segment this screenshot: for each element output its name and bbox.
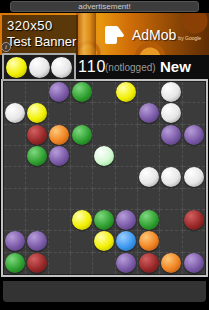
- ball-green[interactable]: [72, 125, 92, 145]
- banner-size-text: 320x50: [7, 18, 78, 34]
- cell-r4c3[interactable]: [71, 167, 93, 188]
- ball-green[interactable]: [139, 210, 159, 230]
- cell-r0c7[interactable]: [160, 82, 182, 103]
- cell-r4c5[interactable]: [116, 167, 138, 188]
- cell-r8c6[interactable]: [138, 253, 160, 274]
- cell-r7c1[interactable]: [26, 231, 48, 252]
- admob-wordmark: AdMob: [132, 27, 176, 43]
- ball-yellow[interactable]: [116, 82, 136, 102]
- ball-green[interactable]: [72, 82, 92, 102]
- cell-r3c2[interactable]: [49, 146, 71, 167]
- cell-r5c7[interactable]: [160, 189, 182, 210]
- cell-r2c0[interactable]: [4, 125, 26, 146]
- ball-orange[interactable]: [139, 231, 159, 251]
- cell-r5c6[interactable]: [138, 189, 160, 210]
- cell-r6c2[interactable]: [49, 210, 71, 231]
- bottom-background-strip: [3, 281, 206, 302]
- ball-purple[interactable]: [116, 210, 136, 230]
- ball-purple[interactable]: [116, 253, 136, 273]
- ball-white[interactable]: [161, 103, 181, 123]
- cell-r4c0[interactable]: [4, 167, 26, 188]
- cell-r1c4[interactable]: [93, 103, 115, 124]
- cell-r0c0[interactable]: [4, 82, 26, 103]
- admob-banner[interactable]: 320x50 Test Banner AdMob by Google i: [0, 13, 209, 55]
- ad-label-bar: advertisement!: [0, 0, 209, 13]
- cell-r4c2[interactable]: [49, 167, 71, 188]
- cell-r5c8[interactable]: [183, 189, 205, 210]
- cell-r3c6[interactable]: [138, 146, 160, 167]
- cell-r2c8[interactable]: [183, 125, 205, 146]
- ball-red[interactable]: [139, 253, 159, 273]
- cell-r2c4[interactable]: [93, 125, 115, 146]
- ball-yellow[interactable]: [27, 103, 47, 123]
- app-screen: advertisement! 320x50 Test Banner AdMob …: [0, 0, 209, 310]
- cell-r6c1[interactable]: [26, 210, 48, 231]
- cell-r2c7[interactable]: [160, 125, 182, 146]
- new-game-button[interactable]: New: [160, 58, 191, 75]
- cell-r0c3[interactable]: [71, 82, 93, 103]
- cell-r1c0[interactable]: [4, 103, 26, 124]
- cell-r0c6[interactable]: [138, 82, 160, 103]
- cell-r5c0[interactable]: [4, 189, 26, 210]
- cell-r3c7[interactable]: [160, 146, 182, 167]
- admob-by-google: by Google: [178, 35, 201, 41]
- ball-orange[interactable]: [161, 253, 181, 273]
- cell-r8c0[interactable]: [4, 253, 26, 274]
- cell-r1c7[interactable]: [160, 103, 182, 124]
- ball-purple[interactable]: [139, 103, 159, 123]
- cell-r3c1[interactable]: [26, 146, 48, 167]
- ball-purple[interactable]: [184, 253, 204, 273]
- board-grid: [4, 82, 205, 274]
- cell-r6c6[interactable]: [138, 210, 160, 231]
- cell-r7c5[interactable]: [116, 231, 138, 252]
- cell-r1c1[interactable]: [26, 103, 48, 124]
- cell-r2c2[interactable]: [49, 125, 71, 146]
- ball-orange[interactable]: [49, 125, 69, 145]
- ball-green[interactable]: [94, 210, 114, 230]
- cell-r8c8[interactable]: [183, 253, 205, 274]
- banner-name-text: Test Banner: [7, 34, 78, 50]
- ball-purple[interactable]: [184, 125, 204, 145]
- ball-white[interactable]: [161, 167, 181, 187]
- cell-r5c3[interactable]: [71, 189, 93, 210]
- ball-green[interactable]: [5, 253, 25, 273]
- ball-purple[interactable]: [49, 82, 69, 102]
- cell-r7c7[interactable]: [160, 231, 182, 252]
- cell-r7c3[interactable]: [71, 231, 93, 252]
- ball-white[interactable]: [184, 167, 204, 187]
- cell-r1c6[interactable]: [138, 103, 160, 124]
- ball-blue[interactable]: [116, 231, 136, 251]
- score-value: 110: [78, 58, 107, 76]
- admob-logo: AdMob by Google: [103, 23, 201, 47]
- cell-r1c5[interactable]: [116, 103, 138, 124]
- cell-r3c4[interactable]: [93, 146, 115, 167]
- hud-bar: 110 (notlogged) New: [0, 55, 209, 79]
- ball-purple[interactable]: [5, 231, 25, 251]
- game-board: [1, 79, 208, 277]
- cell-r4c6[interactable]: [138, 167, 160, 188]
- cell-r5c4[interactable]: [93, 189, 115, 210]
- ball-purple[interactable]: [27, 231, 47, 251]
- cell-r7c4[interactable]: [93, 231, 115, 252]
- cell-r8c1[interactable]: [26, 253, 48, 274]
- cell-r7c2[interactable]: [49, 231, 71, 252]
- cell-r0c1[interactable]: [26, 82, 48, 103]
- cell-r2c1[interactable]: [26, 125, 48, 146]
- ad-info-icon[interactable]: i: [1, 42, 11, 52]
- cell-r7c8[interactable]: [183, 231, 205, 252]
- cell-r0c8[interactable]: [183, 82, 205, 103]
- cell-r6c0[interactable]: [4, 210, 26, 231]
- cell-r5c5[interactable]: [116, 189, 138, 210]
- ball-white[interactable]: [139, 167, 159, 187]
- cell-r4c4[interactable]: [93, 167, 115, 188]
- ball-green[interactable]: [27, 146, 47, 166]
- cell-r8c4[interactable]: [93, 253, 115, 274]
- cell-r6c8[interactable]: [183, 210, 205, 231]
- cell-r0c5[interactable]: [116, 82, 138, 103]
- cell-r8c3[interactable]: [71, 253, 93, 274]
- login-status: (notlogged): [105, 62, 156, 73]
- cell-r1c8[interactable]: [183, 103, 205, 124]
- ball-red[interactable]: [27, 125, 47, 145]
- ball-red[interactable]: [184, 210, 204, 230]
- ball-lightgreen[interactable]: [94, 146, 114, 166]
- ball-white[interactable]: [5, 103, 25, 123]
- cell-r2c5[interactable]: [116, 125, 138, 146]
- cell-r8c7[interactable]: [160, 253, 182, 274]
- cell-r6c3[interactable]: [71, 210, 93, 231]
- ball-yellow[interactable]: [72, 210, 92, 230]
- ball-purple[interactable]: [161, 125, 181, 145]
- cell-r7c6[interactable]: [138, 231, 160, 252]
- cell-r0c4[interactable]: [93, 82, 115, 103]
- next-ball-yellow: [6, 57, 27, 78]
- next-ball-white: [29, 57, 50, 78]
- cell-r4c1[interactable]: [26, 167, 48, 188]
- ball-purple[interactable]: [49, 146, 69, 166]
- cell-r6c5[interactable]: [116, 210, 138, 231]
- cell-r7c0[interactable]: [4, 231, 26, 252]
- cell-r4c7[interactable]: [160, 167, 182, 188]
- cell-r3c3[interactable]: [71, 146, 93, 167]
- ball-white[interactable]: [161, 82, 181, 102]
- cell-r0c2[interactable]: [49, 82, 71, 103]
- cell-r8c5[interactable]: [116, 253, 138, 274]
- cell-r5c2[interactable]: [49, 189, 71, 210]
- cell-r6c7[interactable]: [160, 210, 182, 231]
- cell-r5c1[interactable]: [26, 189, 48, 210]
- next-ball-white: [51, 57, 72, 78]
- cell-r2c6[interactable]: [138, 125, 160, 146]
- cell-r6c4[interactable]: [93, 210, 115, 231]
- admob-logo-icon: [103, 23, 127, 47]
- banner-text-box: 320x50 Test Banner: [2, 15, 78, 55]
- cell-r3c8[interactable]: [183, 146, 205, 167]
- ball-red[interactable]: [27, 253, 47, 273]
- ball-yellow[interactable]: [94, 231, 114, 251]
- cell-r1c2[interactable]: [49, 103, 71, 124]
- banner-artwork: [76, 13, 96, 55]
- cell-r4c8[interactable]: [183, 167, 205, 188]
- cell-r3c0[interactable]: [4, 146, 26, 167]
- cell-r1c3[interactable]: [71, 103, 93, 124]
- next-balls-tray: [2, 53, 76, 81]
- cell-r3c5[interactable]: [116, 146, 138, 167]
- cell-r2c3[interactable]: [71, 125, 93, 146]
- cell-r8c2[interactable]: [49, 253, 71, 274]
- ad-label-text: advertisement!: [10, 1, 199, 12]
